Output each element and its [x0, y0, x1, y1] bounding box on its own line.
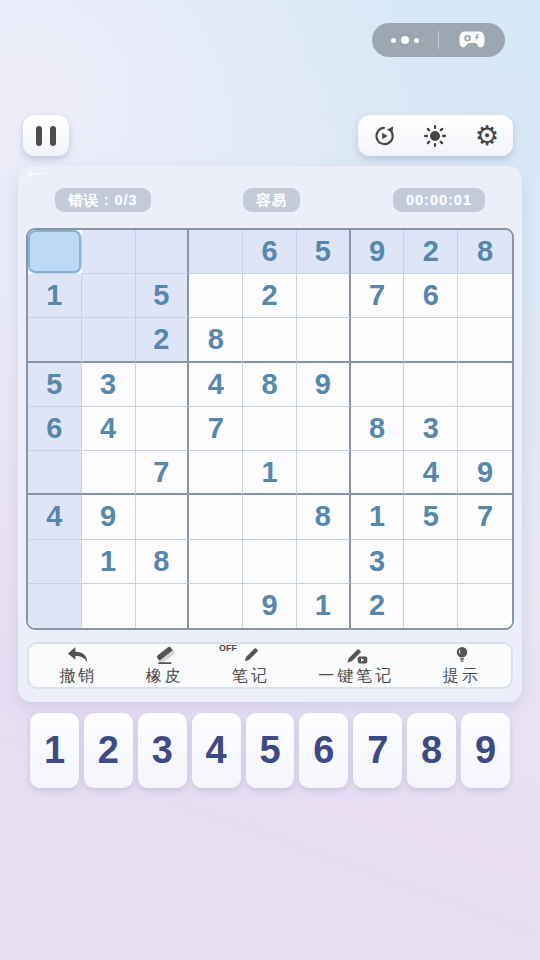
- cell-r7c8[interactable]: 5: [404, 495, 458, 539]
- dot-icon: [401, 36, 409, 44]
- cell-r3c8[interactable]: [404, 318, 458, 362]
- cell-r7c6[interactable]: 8: [297, 495, 351, 539]
- cell-r9c8[interactable]: [404, 584, 458, 628]
- numpad: 123456789: [30, 713, 510, 788]
- eraser-button[interactable]: 橡皮: [146, 645, 184, 687]
- undo-icon: [65, 645, 91, 665]
- cell-r6c4[interactable]: [189, 451, 243, 495]
- cell-r1c7[interactable]: 9: [351, 230, 405, 274]
- cell-r6c6[interactable]: [297, 451, 351, 495]
- eraser-icon: [153, 645, 177, 665]
- cell-r5c3[interactable]: [136, 407, 190, 451]
- cell-r9c3[interactable]: [136, 584, 190, 628]
- cell-r7c4[interactable]: [189, 495, 243, 539]
- brightness-button[interactable]: [420, 121, 450, 151]
- cell-r8c7[interactable]: 3: [351, 540, 405, 584]
- cell-r8c3[interactable]: 8: [136, 540, 190, 584]
- cell-r8c8[interactable]: [404, 540, 458, 584]
- cell-r2c7[interactable]: 7: [351, 274, 405, 318]
- numpad-8[interactable]: 8: [407, 713, 456, 788]
- cell-r8c5[interactable]: [243, 540, 297, 584]
- cell-r2c9[interactable]: [458, 274, 512, 318]
- numpad-9[interactable]: 9: [461, 713, 510, 788]
- numpad-1[interactable]: 1: [30, 713, 79, 788]
- numpad-3[interactable]: 3: [138, 713, 187, 788]
- cell-r7c7[interactable]: 1: [351, 495, 405, 539]
- cell-r4c8[interactable]: [404, 363, 458, 407]
- quick-notes-button[interactable]: 一键笔记: [318, 645, 394, 687]
- sudoku-screen: ⚙ ← 错误：0/3 容易 00:00:01 65928152762853489…: [0, 0, 540, 960]
- sudoku-board: 65928152762853489647837149498157183912: [26, 228, 514, 630]
- cell-r5c9[interactable]: [458, 407, 512, 451]
- hint-label: 提示: [443, 666, 481, 687]
- cell-r3c2[interactable]: [82, 318, 136, 362]
- game-card: ← 错误：0/3 容易 00:00:01 6592815276285348964…: [18, 166, 522, 702]
- dot-icon: [391, 38, 396, 43]
- numpad-5[interactable]: 5: [246, 713, 295, 788]
- restart-button[interactable]: [369, 121, 399, 151]
- cell-r8c4[interactable]: [189, 540, 243, 584]
- numpad-2[interactable]: 2: [84, 713, 133, 788]
- cell-r9c2[interactable]: [82, 584, 136, 628]
- errors-badge: 错误：0/3: [55, 188, 151, 212]
- lightbulb-icon: [452, 645, 472, 665]
- cell-r2c2[interactable]: [82, 274, 136, 318]
- quick-notes-label: 一键笔记: [318, 666, 394, 687]
- pause-icon: [50, 126, 56, 146]
- dot-icon: [414, 38, 419, 43]
- cell-r7c2[interactable]: 9: [82, 495, 136, 539]
- notes-state-badge: OFF: [219, 643, 237, 653]
- notes-button[interactable]: OFF 笔记: [232, 645, 270, 687]
- cell-r6c1[interactable]: [28, 451, 82, 495]
- cell-r7c3[interactable]: [136, 495, 190, 539]
- timer-badge: 00:00:01: [393, 188, 485, 212]
- cell-r6c3[interactable]: 7: [136, 451, 190, 495]
- status-row: 错误：0/3 容易 00:00:01: [18, 188, 522, 212]
- cell-r1c2[interactable]: [82, 230, 136, 274]
- cell-r3c1[interactable]: [28, 318, 82, 362]
- numpad-4[interactable]: 4: [192, 713, 241, 788]
- cell-r8c1[interactable]: [28, 540, 82, 584]
- platform-capsule: [372, 23, 505, 57]
- cell-r3c4[interactable]: 8: [189, 318, 243, 362]
- gamepad-icon: [457, 28, 487, 52]
- gear-icon: ⚙: [475, 122, 499, 149]
- cell-r5c1[interactable]: 6: [28, 407, 82, 451]
- back-arrow-icon[interactable]: ←: [22, 154, 49, 185]
- toolbar: 撤销 橡皮 OFF: [27, 642, 513, 689]
- cell-r9c5[interactable]: 9: [243, 584, 297, 628]
- cell-r6c9[interactable]: 9: [458, 451, 512, 495]
- cell-r2c8[interactable]: 6: [404, 274, 458, 318]
- cell-r1c8[interactable]: 2: [404, 230, 458, 274]
- cell-r4c5[interactable]: 8: [243, 363, 297, 407]
- cell-r2c4[interactable]: [189, 274, 243, 318]
- eraser-label: 橡皮: [146, 666, 184, 687]
- cell-r5c7[interactable]: 8: [351, 407, 405, 451]
- cell-r2c3[interactable]: 5: [136, 274, 190, 318]
- cell-r3c3[interactable]: 2: [136, 318, 190, 362]
- cell-r4c1[interactable]: 5: [28, 363, 82, 407]
- cell-r9c9[interactable]: [458, 584, 512, 628]
- pencil-icon: OFF: [241, 645, 261, 665]
- hint-button[interactable]: 提示: [443, 645, 481, 687]
- game-center-button[interactable]: [439, 28, 505, 52]
- cell-r7c1[interactable]: 4: [28, 495, 82, 539]
- settings-button[interactable]: ⚙: [472, 121, 502, 151]
- cell-r9c4[interactable]: [189, 584, 243, 628]
- cell-r7c5[interactable]: [243, 495, 297, 539]
- cell-r9c1[interactable]: [28, 584, 82, 628]
- cell-r6c5[interactable]: 1: [243, 451, 297, 495]
- cell-r3c5[interactable]: [243, 318, 297, 362]
- cell-r4c7[interactable]: [351, 363, 405, 407]
- cell-r9c7[interactable]: 2: [351, 584, 405, 628]
- cell-r8c2[interactable]: 1: [82, 540, 136, 584]
- cell-r8c6[interactable]: [297, 540, 351, 584]
- cell-r1c6[interactable]: 5: [297, 230, 351, 274]
- restart-icon: [371, 123, 397, 149]
- cell-r4c2[interactable]: 3: [82, 363, 136, 407]
- pause-button[interactable]: [23, 115, 69, 156]
- cell-r1c4[interactable]: [189, 230, 243, 274]
- cell-r6c7[interactable]: [351, 451, 405, 495]
- numpad-6[interactable]: 6: [299, 713, 348, 788]
- cell-r3c6[interactable]: [297, 318, 351, 362]
- cell-r1c1[interactable]: [28, 230, 82, 274]
- cell-r5c5[interactable]: [243, 407, 297, 451]
- cell-r5c2[interactable]: 4: [82, 407, 136, 451]
- undo-label: 撤销: [59, 666, 97, 687]
- cell-r9c6[interactable]: 1: [297, 584, 351, 628]
- undo-button[interactable]: 撤销: [59, 645, 97, 687]
- cell-r2c6[interactable]: [297, 274, 351, 318]
- more-menu-button[interactable]: [372, 36, 438, 44]
- pause-icon: [36, 126, 42, 146]
- cell-r5c6[interactable]: [297, 407, 351, 451]
- cell-r4c6[interactable]: 9: [297, 363, 351, 407]
- cell-r8c9[interactable]: [458, 540, 512, 584]
- cell-r5c8[interactable]: 3: [404, 407, 458, 451]
- cell-r1c9[interactable]: 8: [458, 230, 512, 274]
- cell-r4c9[interactable]: [458, 363, 512, 407]
- cell-r1c5[interactable]: 6: [243, 230, 297, 274]
- cell-r5c4[interactable]: 7: [189, 407, 243, 451]
- cell-r3c7[interactable]: [351, 318, 405, 362]
- notes-label: 笔记: [232, 666, 270, 687]
- cell-r6c8[interactable]: 4: [404, 451, 458, 495]
- numpad-7[interactable]: 7: [353, 713, 402, 788]
- difficulty-badge: 容易: [243, 188, 300, 212]
- cell-r4c4[interactable]: 4: [189, 363, 243, 407]
- cell-r6c2[interactable]: [82, 451, 136, 495]
- cell-r4c3[interactable]: [136, 363, 190, 407]
- cell-r2c5[interactable]: 2: [243, 274, 297, 318]
- cell-r7c9[interactable]: 7: [458, 495, 512, 539]
- cell-r3c9[interactable]: [458, 318, 512, 362]
- header-icon-panel: ⚙: [358, 115, 513, 156]
- cell-r2c1[interactable]: 1: [28, 274, 82, 318]
- brightness-icon: [422, 123, 448, 149]
- cell-r1c3[interactable]: [136, 230, 190, 274]
- pencil-play-icon: [344, 645, 368, 665]
